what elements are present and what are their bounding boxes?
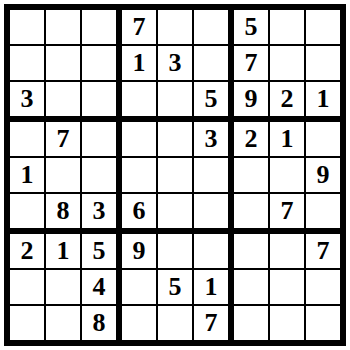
cell-r2c4[interactable]: 1 <box>122 46 156 80</box>
cell-r7c5[interactable] <box>158 234 192 268</box>
cell-r3c4[interactable] <box>122 82 156 116</box>
cell-r9c3[interactable]: 8 <box>82 306 116 340</box>
cell-r8c9[interactable] <box>306 270 340 304</box>
cell-r6c5[interactable] <box>158 194 192 228</box>
cell-r5c7[interactable] <box>234 158 268 192</box>
cell-r1c5[interactable] <box>158 10 192 44</box>
cell-r8c1[interactable] <box>10 270 44 304</box>
cell-r6c3[interactable]: 3 <box>82 194 116 228</box>
cell-r4c4[interactable] <box>122 122 156 156</box>
cell-r3c1[interactable]: 3 <box>10 82 44 116</box>
cell-r5c4[interactable] <box>122 158 156 192</box>
cell-r4c6[interactable]: 3 <box>194 122 228 156</box>
cell-r3c3[interactable] <box>82 82 116 116</box>
cell-r2c7[interactable]: 7 <box>234 46 268 80</box>
cell-r7c7[interactable] <box>234 234 268 268</box>
cell-r7c8[interactable] <box>270 234 304 268</box>
cell-r8c3[interactable]: 4 <box>82 270 116 304</box>
cell-r5c3[interactable] <box>82 158 116 192</box>
cell-r9c8[interactable] <box>270 306 304 340</box>
cell-r7c3[interactable]: 5 <box>82 234 116 268</box>
cell-r5c2[interactable] <box>46 158 80 192</box>
cell-r5c1[interactable]: 1 <box>10 158 44 192</box>
cell-r4c8[interactable]: 1 <box>270 122 304 156</box>
cell-r7c9[interactable]: 7 <box>306 234 340 268</box>
cell-r6c8[interactable]: 7 <box>270 194 304 228</box>
cell-r1c8[interactable] <box>270 10 304 44</box>
cell-r1c1[interactable] <box>10 10 44 44</box>
cell-r2c2[interactable] <box>46 46 80 80</box>
cell-r2c5[interactable]: 3 <box>158 46 192 80</box>
cell-r4c5[interactable] <box>158 122 192 156</box>
cell-r4c9[interactable] <box>306 122 340 156</box>
cell-r8c5[interactable]: 5 <box>158 270 192 304</box>
cell-r9c5[interactable] <box>158 306 192 340</box>
cell-r1c3[interactable] <box>82 10 116 44</box>
sudoku-board: 751373592173211983672159745187 <box>4 4 346 346</box>
cell-r3c9[interactable]: 1 <box>306 82 340 116</box>
cell-r9c2[interactable] <box>46 306 80 340</box>
cell-r3c6[interactable]: 5 <box>194 82 228 116</box>
cell-r4c2[interactable]: 7 <box>46 122 80 156</box>
cell-r1c7[interactable]: 5 <box>234 10 268 44</box>
cell-r6c9[interactable] <box>306 194 340 228</box>
cell-r5c5[interactable] <box>158 158 192 192</box>
cell-r3c2[interactable] <box>46 82 80 116</box>
cell-r6c7[interactable] <box>234 194 268 228</box>
cell-r8c6[interactable]: 1 <box>194 270 228 304</box>
cell-r8c8[interactable] <box>270 270 304 304</box>
cell-r8c2[interactable] <box>46 270 80 304</box>
cell-r5c6[interactable] <box>194 158 228 192</box>
cell-r2c6[interactable] <box>194 46 228 80</box>
cell-r2c8[interactable] <box>270 46 304 80</box>
cell-r6c4[interactable]: 6 <box>122 194 156 228</box>
cell-r1c9[interactable] <box>306 10 340 44</box>
cell-r1c2[interactable] <box>46 10 80 44</box>
cell-r7c4[interactable]: 9 <box>122 234 156 268</box>
cell-r6c2[interactable]: 8 <box>46 194 80 228</box>
cell-r9c4[interactable] <box>122 306 156 340</box>
cell-r7c1[interactable]: 2 <box>10 234 44 268</box>
cell-r4c7[interactable]: 2 <box>234 122 268 156</box>
cell-r9c7[interactable] <box>234 306 268 340</box>
cell-r2c3[interactable] <box>82 46 116 80</box>
cell-r9c9[interactable] <box>306 306 340 340</box>
cell-r3c8[interactable]: 2 <box>270 82 304 116</box>
cell-r6c6[interactable] <box>194 194 228 228</box>
cell-r5c8[interactable] <box>270 158 304 192</box>
sudoku-grid: 751373592173211983672159745187 <box>10 10 340 340</box>
cell-r4c1[interactable] <box>10 122 44 156</box>
cell-r7c2[interactable]: 1 <box>46 234 80 268</box>
cell-r1c6[interactable] <box>194 10 228 44</box>
cell-r6c1[interactable] <box>10 194 44 228</box>
cell-r5c9[interactable]: 9 <box>306 158 340 192</box>
cell-r3c5[interactable] <box>158 82 192 116</box>
cell-r1c4[interactable]: 7 <box>122 10 156 44</box>
cell-r8c4[interactable] <box>122 270 156 304</box>
cell-r8c7[interactable] <box>234 270 268 304</box>
cell-r2c9[interactable] <box>306 46 340 80</box>
cell-r3c7[interactable]: 9 <box>234 82 268 116</box>
cell-r9c6[interactable]: 7 <box>194 306 228 340</box>
cell-r2c1[interactable] <box>10 46 44 80</box>
cell-r9c1[interactable] <box>10 306 44 340</box>
cell-r7c6[interactable] <box>194 234 228 268</box>
cell-r4c3[interactable] <box>82 122 116 156</box>
